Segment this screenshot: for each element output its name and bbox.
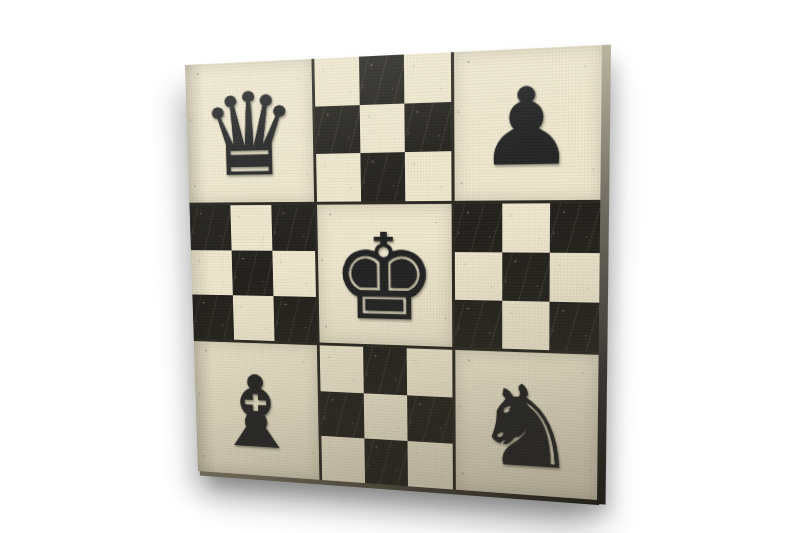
tile-checker-dark-corners	[455, 203, 601, 353]
king-piece-icon: ♚	[330, 218, 438, 339]
checker-cell-light	[359, 104, 405, 154]
checker-cell-light	[314, 57, 359, 107]
checker-cell-light	[230, 205, 273, 251]
checker-cell-light	[502, 203, 551, 253]
tile-king: ♚	[317, 204, 452, 348]
checker-cell-dark	[550, 203, 600, 253]
checker-cell-light	[455, 252, 502, 301]
checker-cell-dark	[231, 250, 273, 296]
tile-checker-dark-corners	[189, 204, 316, 342]
checker-cell-dark	[272, 204, 315, 251]
checker-cell-light	[502, 301, 550, 351]
queen-piece-icon: ♛	[199, 76, 299, 193]
checker-cell-light	[550, 253, 600, 303]
checker-cell-dark	[455, 203, 502, 252]
checker-cell-dark	[274, 296, 317, 343]
checker-cell-dark	[407, 395, 452, 444]
tile-checker-light-corners	[320, 346, 453, 490]
tile-knight: ♞	[455, 350, 598, 500]
checker-cell-light	[321, 436, 364, 483]
tile-queen: ♛	[185, 59, 314, 202]
checker-cell-dark	[502, 252, 550, 302]
checker-cell-dark	[360, 153, 406, 202]
knight-piece-icon: ♞	[473, 369, 580, 487]
checker-cell-light	[363, 393, 407, 441]
checker-cell-dark	[189, 205, 231, 250]
checker-cell-light	[233, 295, 275, 341]
pawn-piece-icon: ♟	[478, 72, 576, 181]
checker-cell-dark	[359, 54, 405, 105]
tile-checker-light-corners	[314, 52, 451, 201]
checker-cell-dark	[455, 300, 502, 349]
tile-bishop: ♝	[194, 341, 320, 480]
checker-cell-light	[405, 152, 451, 201]
checker-cell-light	[404, 52, 451, 104]
checker-cell-dark	[315, 105, 360, 154]
photo-background: ♛♟♚♝♞	[0, 0, 800, 533]
checker-cell-light	[273, 251, 316, 297]
checker-cell-dark	[321, 391, 365, 438]
canvas-print: ♛♟♚♝♞	[185, 45, 602, 500]
checker-cell-dark	[550, 302, 600, 352]
bishop-piece-icon: ♝	[212, 361, 301, 464]
checker-cell-light	[407, 349, 453, 397]
checker-cell-light	[408, 441, 453, 490]
checker-cell-dark	[363, 347, 408, 395]
chess-art-board: ♛♟♚♝♞	[185, 45, 602, 500]
checker-cell-dark	[192, 295, 233, 340]
checker-cell-light	[316, 153, 361, 201]
tile-pawn: ♟	[454, 45, 602, 200]
checker-cell-light	[320, 346, 364, 393]
checker-cell-dark	[364, 438, 408, 486]
checker-cell-light	[191, 250, 233, 295]
checker-cell-dark	[405, 102, 452, 152]
